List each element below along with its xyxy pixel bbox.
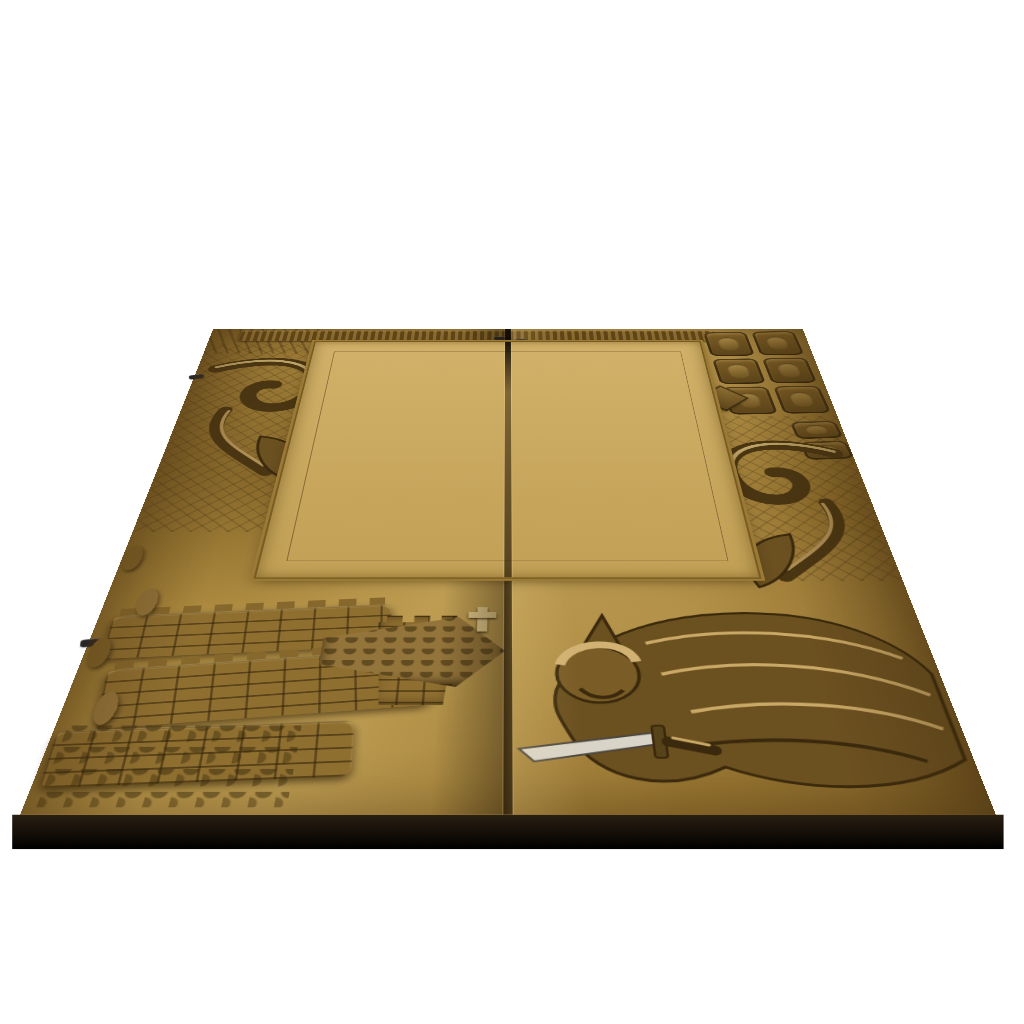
slat-icon <box>712 358 766 384</box>
slat-icon <box>703 332 755 356</box>
carving-cross-icon <box>477 607 488 631</box>
carving-log-wall-icon <box>238 331 715 341</box>
slat-icon <box>762 357 818 383</box>
chess-backgammon-board <box>20 329 996 815</box>
carving-dragon-scales-icon <box>36 726 302 808</box>
slat-icon <box>751 331 804 355</box>
metal-clasp-icon <box>189 374 204 380</box>
carving-warrior-icon <box>509 567 995 808</box>
carving-leaf-vine-icon <box>46 531 190 743</box>
slat-icon <box>799 440 855 460</box>
carving-rays-icon <box>204 329 322 353</box>
carving-castle-wall-icon <box>101 604 392 659</box>
board-front-edge <box>12 815 1004 850</box>
carving-castle-wall-icon <box>38 720 354 788</box>
board-top-face <box>20 329 996 815</box>
slat-icon <box>790 420 844 439</box>
product-photo-scene <box>0 0 1024 1024</box>
metal-clasp-icon <box>80 638 100 647</box>
chess-field <box>256 342 759 578</box>
carving-scale-spear-icon <box>314 616 505 689</box>
carving-slat-panels-small-icon <box>790 420 855 460</box>
carving-castle-wall-icon <box>94 648 430 729</box>
slat-icon <box>773 386 831 414</box>
carving-castle-tower-icon <box>368 616 457 705</box>
slat-icon <box>722 387 778 415</box>
carving-slat-panels-icon <box>697 328 839 418</box>
